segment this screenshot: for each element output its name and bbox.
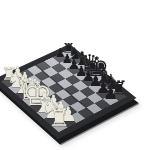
black-pawn: ♟ [61, 53, 72, 66]
black-rook: ♜ [62, 42, 74, 56]
white-pawn: ♟ [45, 93, 61, 111]
black-queen: ♛ [79, 51, 100, 74]
white-rook: ♜ [49, 105, 71, 129]
white-queen: ♛ [17, 75, 43, 104]
white-rook: ♜ [1, 67, 17, 85]
black-pawn: ♟ [103, 85, 118, 102]
white-king: ♚ [22, 78, 52, 112]
white-bishop: ♝ [33, 90, 57, 117]
black-knight: ♞ [68, 46, 82, 62]
black-pawn: ♟ [96, 79, 111, 95]
black-bishop: ♝ [74, 50, 91, 69]
black-knight: ♞ [102, 71, 121, 92]
black-king: ♚ [85, 54, 109, 81]
white-pawn: ♟ [25, 76, 39, 92]
black-bishop: ♝ [94, 64, 113, 86]
white-pawn: ♟ [52, 99, 69, 118]
black-pawn: ♟ [75, 63, 88, 77]
pieces-layer: ♜♟♞♟♝♟♛♟♚♟♟♜♝♟♟♞♞♟♟♝♜♟♟♛♟♚♟♝♟♞♟♜ [0, 0, 150, 150]
white-pawn: ♟ [59, 105, 77, 125]
white-pawn: ♟ [31, 82, 46, 99]
black-rook: ♜ [110, 78, 128, 98]
white-pawn: ♟ [11, 65, 24, 79]
black-pawn: ♟ [89, 74, 103, 90]
white-pawn: ♟ [38, 87, 54, 104]
white-pawn: ♟ [18, 71, 32, 86]
chess-set-photo: ♜♟♞♟♝♟♛♟♚♟♟♜♝♟♟♞♞♟♟♝♜♟♟♛♟♚♟♝♟♞♟♜ [0, 0, 150, 150]
black-pawn: ♟ [68, 58, 80, 71]
white-knight: ♞ [40, 97, 63, 123]
white-knight: ♞ [7, 70, 25, 91]
white-bishop: ♝ [12, 74, 33, 98]
black-pawn: ♟ [82, 69, 95, 84]
black-pawn: ♟ [55, 48, 66, 60]
